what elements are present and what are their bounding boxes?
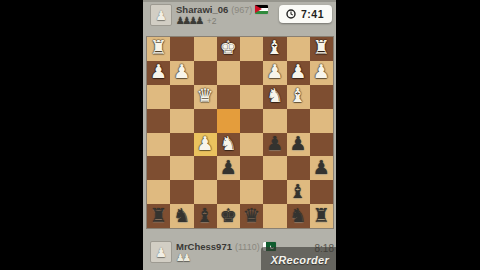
top-player-name: Sharawi_06 bbox=[176, 4, 228, 15]
black-pawn-c5[interactable]: ♟ bbox=[266, 134, 283, 153]
square-f6[interactable] bbox=[194, 156, 217, 180]
square-e5[interactable]: ♞ bbox=[217, 133, 240, 157]
top-clock-time: 7:41 bbox=[301, 8, 324, 20]
square-g8[interactable]: ♞ bbox=[170, 204, 193, 228]
black-pawn-e6[interactable]: ♟ bbox=[220, 158, 237, 177]
square-a5[interactable] bbox=[310, 133, 333, 157]
black-knight-b8[interactable]: ♞ bbox=[290, 206, 307, 225]
square-e3[interactable] bbox=[217, 85, 240, 109]
square-h6[interactable] bbox=[147, 156, 170, 180]
square-a1[interactable]: ♜ bbox=[310, 37, 333, 61]
pawn-avatar-icon: ♟ bbox=[155, 246, 167, 259]
white-pawn-h2[interactable]: ♟ bbox=[150, 62, 167, 81]
black-rook-h8[interactable]: ♜ bbox=[150, 206, 167, 225]
square-g6[interactable] bbox=[170, 156, 193, 180]
square-g3[interactable] bbox=[170, 85, 193, 109]
black-queen-d8[interactable]: ♛ bbox=[243, 206, 260, 225]
square-f4[interactable] bbox=[194, 109, 217, 133]
top-captured-row: ♟♟♟♟ +2 bbox=[176, 15, 268, 26]
top-player-avatar[interactable]: ♟ bbox=[150, 4, 172, 26]
square-d1[interactable] bbox=[240, 37, 263, 61]
white-pawn-a2[interactable]: ♟ bbox=[313, 62, 330, 81]
square-h4[interactable] bbox=[147, 109, 170, 133]
square-c4[interactable] bbox=[263, 109, 286, 133]
square-e8[interactable]: ♚ bbox=[217, 204, 240, 228]
black-bishop-b7[interactable]: ♝ bbox=[290, 182, 307, 201]
square-e6[interactable]: ♟ bbox=[217, 156, 240, 180]
square-h3[interactable] bbox=[147, 85, 170, 109]
square-c7[interactable] bbox=[263, 180, 286, 204]
black-knight-g8[interactable]: ♞ bbox=[173, 206, 190, 225]
captured-white-pawns-icons: ♟♟ bbox=[176, 253, 191, 263]
material-advantage: +2 bbox=[207, 16, 217, 26]
black-rook-a8[interactable]: ♜ bbox=[313, 206, 330, 225]
square-d8[interactable]: ♛ bbox=[240, 204, 263, 228]
top-player-clock: 7:41 bbox=[279, 5, 332, 23]
square-a6[interactable]: ♟ bbox=[310, 156, 333, 180]
black-bishop-f8[interactable]: ♝ bbox=[197, 206, 214, 225]
black-pawn-a6[interactable]: ♟ bbox=[313, 158, 330, 177]
square-b6[interactable] bbox=[287, 156, 310, 180]
square-e4[interactable] bbox=[217, 109, 240, 133]
square-d6[interactable] bbox=[240, 156, 263, 180]
top-player-info: Sharawi_06 (967) ♟♟♟♟ +2 bbox=[176, 4, 268, 26]
square-f7[interactable] bbox=[194, 180, 217, 204]
square-a8[interactable]: ♜ bbox=[310, 204, 333, 228]
square-f3[interactable]: ♛ bbox=[194, 85, 217, 109]
letterbox-left bbox=[0, 0, 143, 270]
white-pawn-f5[interactable]: ♟ bbox=[197, 134, 214, 153]
square-c1[interactable]: ♝ bbox=[263, 37, 286, 61]
square-a7[interactable] bbox=[310, 180, 333, 204]
square-h2[interactable]: ♟ bbox=[147, 61, 170, 85]
square-h5[interactable] bbox=[147, 133, 170, 157]
letterbox-right bbox=[336, 0, 480, 270]
square-h8[interactable]: ♜ bbox=[147, 204, 170, 228]
square-d7[interactable] bbox=[240, 180, 263, 204]
white-knight-c3[interactable]: ♞ bbox=[266, 86, 283, 105]
bottom-player-avatar[interactable]: ♟ bbox=[150, 241, 172, 263]
watermark-label: XRecorder bbox=[271, 254, 329, 266]
square-c5[interactable]: ♟ bbox=[263, 133, 286, 157]
square-d3[interactable] bbox=[240, 85, 263, 109]
square-c8[interactable] bbox=[263, 204, 286, 228]
square-c2[interactable]: ♟ bbox=[263, 61, 286, 85]
black-king-e8[interactable]: ♚ bbox=[220, 206, 237, 225]
square-f5[interactable]: ♟ bbox=[194, 133, 217, 157]
square-b8[interactable]: ♞ bbox=[287, 204, 310, 228]
square-b7[interactable]: ♝ bbox=[287, 180, 310, 204]
white-king-e1[interactable]: ♚ bbox=[220, 38, 237, 57]
square-c3[interactable]: ♞ bbox=[263, 85, 286, 109]
white-queen-f3[interactable]: ♛ bbox=[197, 86, 214, 105]
white-pawn-g2[interactable]: ♟ bbox=[173, 62, 190, 81]
square-b4[interactable] bbox=[287, 109, 310, 133]
top-player-bar: ♟ Sharawi_06 (967) ♟♟♟♟ +2 7:41 bbox=[150, 4, 332, 30]
square-f2[interactable] bbox=[194, 61, 217, 85]
square-e7[interactable] bbox=[217, 180, 240, 204]
square-a2[interactable]: ♟ bbox=[310, 61, 333, 85]
square-f8[interactable]: ♝ bbox=[194, 204, 217, 228]
square-b1[interactable] bbox=[287, 37, 310, 61]
white-bishop-b3[interactable]: ♝ bbox=[290, 86, 307, 105]
square-g1[interactable] bbox=[170, 37, 193, 61]
square-g4[interactable] bbox=[170, 109, 193, 133]
square-c6[interactable] bbox=[263, 156, 286, 180]
pawn-avatar-icon: ♟ bbox=[155, 9, 167, 22]
square-b2[interactable]: ♟ bbox=[287, 61, 310, 85]
white-rook-h1[interactable]: ♜ bbox=[150, 38, 167, 57]
white-rook-a1[interactable]: ♜ bbox=[313, 38, 330, 57]
screen-recorder-watermark: XRecorder bbox=[261, 247, 336, 270]
black-pawn-b5[interactable]: ♟ bbox=[290, 134, 307, 153]
square-h1[interactable]: ♜ bbox=[147, 37, 170, 61]
white-pawn-b2[interactable]: ♟ bbox=[290, 62, 307, 81]
app-screen: ♟ Sharawi_06 (967) ♟♟♟♟ +2 7:41 ♜♚♝♜♟♟♟ bbox=[143, 0, 336, 270]
square-b5[interactable]: ♟ bbox=[287, 133, 310, 157]
square-f1[interactable] bbox=[194, 37, 217, 61]
square-d4[interactable] bbox=[240, 109, 263, 133]
square-g7[interactable] bbox=[170, 180, 193, 204]
square-a3[interactable] bbox=[310, 85, 333, 109]
square-g5[interactable] bbox=[170, 133, 193, 157]
palestine-flag-icon bbox=[255, 5, 268, 14]
status-bar-shadow bbox=[143, 0, 336, 2]
square-e1[interactable]: ♚ bbox=[217, 37, 240, 61]
square-b3[interactable]: ♝ bbox=[287, 85, 310, 109]
square-e2[interactable] bbox=[217, 61, 240, 85]
white-bishop-c1[interactable]: ♝ bbox=[266, 38, 283, 57]
square-d2[interactable] bbox=[240, 61, 263, 85]
bottom-player-name: MrChess971 bbox=[176, 241, 232, 252]
square-a4[interactable] bbox=[310, 109, 333, 133]
bottom-player-rating: (1110) bbox=[235, 242, 260, 252]
captured-black-pawns-icons: ♟♟♟♟ bbox=[176, 16, 204, 26]
white-knight-e5[interactable]: ♞ bbox=[220, 134, 237, 153]
chess-board[interactable]: ♜♚♝♜♟♟♟♟♟♛♞♝♟♞♟♟♟♟♝♜♞♝♚♛♞♜ bbox=[147, 37, 333, 228]
white-pawn-c2[interactable]: ♟ bbox=[266, 62, 283, 81]
clock-icon bbox=[286, 9, 296, 19]
square-d5[interactable] bbox=[240, 133, 263, 157]
square-h7[interactable] bbox=[147, 180, 170, 204]
top-player-rating: (967) bbox=[231, 5, 252, 15]
square-g2[interactable]: ♟ bbox=[170, 61, 193, 85]
